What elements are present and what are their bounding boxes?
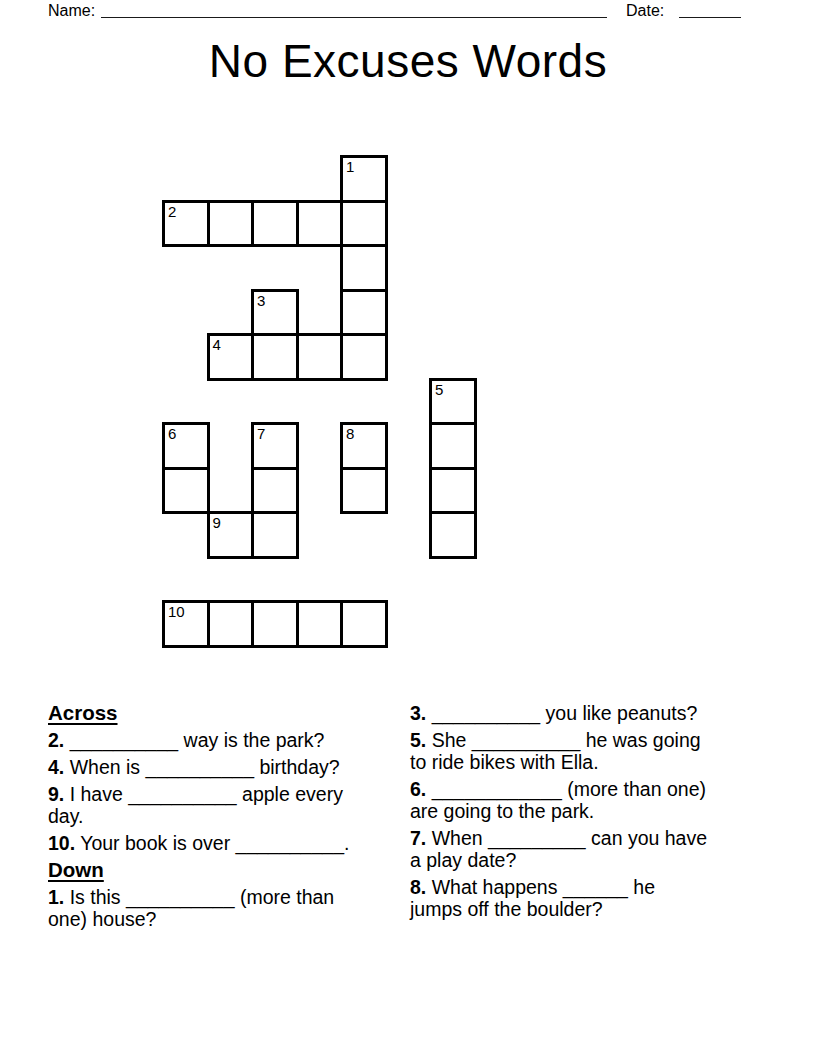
cell-number: 6 bbox=[168, 426, 176, 441]
clue: 5. She __________ he was goingto ride bi… bbox=[410, 729, 780, 773]
clue-number: 4. bbox=[48, 756, 64, 778]
clue-number: 7. bbox=[410, 827, 426, 849]
cell-number: 7 bbox=[257, 426, 265, 441]
clue-line: I have __________ apple every bbox=[64, 783, 343, 805]
across-heading: Across bbox=[48, 702, 393, 724]
cell-number: 9 bbox=[213, 515, 221, 530]
clue-line: ____________ (more than one) bbox=[426, 778, 706, 800]
grid-cell[interactable] bbox=[429, 467, 477, 515]
cell-number: 8 bbox=[346, 426, 354, 441]
clue-number: 10. bbox=[48, 832, 75, 854]
grid-cell[interactable]: 7 bbox=[251, 422, 299, 470]
clue-line: She __________ he was going bbox=[426, 729, 700, 751]
grid-cell[interactable] bbox=[251, 467, 299, 515]
clue-line: Is this __________ (more than bbox=[64, 886, 334, 908]
grid-cell[interactable]: 5 bbox=[429, 378, 477, 426]
grid-cell[interactable] bbox=[207, 200, 255, 248]
cell-number: 5 bbox=[435, 382, 443, 397]
clue: 2. __________ way is the park? bbox=[48, 729, 393, 751]
grid-cell[interactable] bbox=[207, 600, 255, 648]
clue-line: one) house? bbox=[48, 908, 156, 930]
clue-number: 1. bbox=[48, 886, 64, 908]
clue-line: When _________ can you have bbox=[426, 827, 707, 849]
cell-number: 4 bbox=[213, 337, 221, 352]
clue-line: are going to the park. bbox=[410, 800, 594, 822]
clue-number: 8. bbox=[410, 876, 426, 898]
grid-cell[interactable] bbox=[340, 200, 388, 248]
grid-cell[interactable] bbox=[340, 467, 388, 515]
grid-cell[interactable]: 1 bbox=[340, 155, 388, 203]
grid-cell[interactable] bbox=[340, 289, 388, 337]
grid-cell[interactable] bbox=[162, 467, 210, 515]
date-blank-line[interactable] bbox=[679, 2, 741, 18]
grid-cell[interactable] bbox=[251, 511, 299, 559]
grid-cell[interactable] bbox=[296, 600, 344, 648]
clue-line: __________ you like peanuts? bbox=[426, 702, 697, 724]
page-title: No Excuses Words bbox=[0, 34, 816, 88]
grid-cell[interactable] bbox=[340, 244, 388, 292]
cell-number: 2 bbox=[168, 204, 176, 219]
down-heading: Down bbox=[48, 859, 393, 881]
grid-cell[interactable] bbox=[429, 422, 477, 470]
grid-cell[interactable] bbox=[251, 333, 299, 381]
grid-cell[interactable]: 3 bbox=[251, 289, 299, 337]
grid-cell[interactable]: 8 bbox=[340, 422, 388, 470]
cell-number: 10 bbox=[168, 604, 185, 619]
clues-right-column: 3. __________ you like peanuts?5. She __… bbox=[410, 702, 780, 925]
clue: 4. When is __________ birthday? bbox=[48, 756, 393, 778]
grid-cell[interactable] bbox=[340, 333, 388, 381]
clue-line: When is __________ birthday? bbox=[64, 756, 339, 778]
name-blank-line[interactable] bbox=[101, 2, 607, 18]
clue: 9. I have __________ apple everyday. bbox=[48, 783, 393, 827]
grid-cell[interactable]: 10 bbox=[162, 600, 210, 648]
grid-cell[interactable]: 2 bbox=[162, 200, 210, 248]
clue: 6. ____________ (more than one)are going… bbox=[410, 778, 780, 822]
grid-cell[interactable] bbox=[340, 600, 388, 648]
clue-line: day. bbox=[48, 805, 83, 827]
clue-line: Your book is over __________. bbox=[75, 832, 349, 854]
date-label: Date: bbox=[626, 2, 664, 20]
crossword-grid: 12345678910 bbox=[162, 155, 482, 648]
cell-number: 1 bbox=[346, 159, 354, 174]
clue: 10. Your book is over __________. bbox=[48, 832, 393, 854]
cell-number: 3 bbox=[257, 293, 265, 308]
across-clue-list: 2. __________ way is the park?4. When is… bbox=[48, 729, 393, 854]
clue: 7. When _________ can you havea play dat… bbox=[410, 827, 780, 871]
clue-number: 6. bbox=[410, 778, 426, 800]
name-label: Name: bbox=[48, 2, 95, 20]
clues-left-column: Across 2. __________ way is the park?4. … bbox=[48, 702, 393, 935]
grid-cell[interactable] bbox=[251, 600, 299, 648]
clue: 3. __________ you like peanuts? bbox=[410, 702, 780, 724]
clue: 8. What happens ______ hejumps off the b… bbox=[410, 876, 780, 920]
down-clue-list-rest: 3. __________ you like peanuts?5. She __… bbox=[410, 702, 780, 920]
clue-line: jumps off the boulder? bbox=[410, 898, 603, 920]
clue-number: 5. bbox=[410, 729, 426, 751]
clue-number: 2. bbox=[48, 729, 64, 751]
clue-line: What happens ______ he bbox=[426, 876, 655, 898]
grid-cell[interactable] bbox=[296, 333, 344, 381]
grid-cell[interactable] bbox=[429, 511, 477, 559]
clue-line: to ride bikes with Ella. bbox=[410, 751, 599, 773]
clue-number: 3. bbox=[410, 702, 426, 724]
clue-line: a play date? bbox=[410, 849, 516, 871]
down-clue-list-first: 1. Is this __________ (more thanone) hou… bbox=[48, 886, 393, 930]
clue: 1. Is this __________ (more thanone) hou… bbox=[48, 886, 393, 930]
grid-cell[interactable]: 4 bbox=[207, 333, 255, 381]
grid-cell[interactable]: 6 bbox=[162, 422, 210, 470]
grid-cell[interactable] bbox=[296, 200, 344, 248]
clue-line: __________ way is the park? bbox=[64, 729, 324, 751]
grid-cell[interactable] bbox=[251, 200, 299, 248]
grid-cell[interactable]: 9 bbox=[207, 511, 255, 559]
clue-number: 9. bbox=[48, 783, 64, 805]
